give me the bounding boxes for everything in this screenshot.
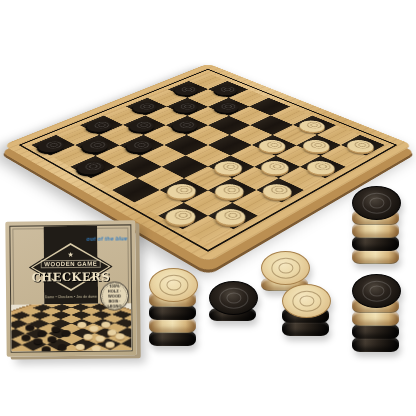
mini-checker-light xyxy=(89,326,98,332)
badge-line-2: HOLZ · WOOD xyxy=(101,288,128,298)
chip-side-black xyxy=(352,337,399,352)
chip-side-light xyxy=(352,311,399,326)
chip-top-face-black xyxy=(209,281,258,315)
stack-lower-right xyxy=(352,274,399,352)
mini-checker-light xyxy=(101,322,110,328)
chip-side-black xyxy=(149,331,196,346)
chip-side-black xyxy=(352,324,399,339)
chip-side-black xyxy=(282,321,329,336)
mini-checker-black xyxy=(25,324,34,330)
chip-top-face-black xyxy=(352,274,401,308)
chip-top-face-black xyxy=(352,186,401,220)
box-subtitle: Dame • Checkers • Jeu de dames • Dama xyxy=(45,295,97,300)
mini-checker-black xyxy=(37,330,46,336)
box-photo-panel xyxy=(11,303,131,351)
mini-checker-light xyxy=(115,333,124,339)
badge-line-3: BOIS · LEGNO xyxy=(101,298,128,308)
single-black-piece xyxy=(209,281,256,321)
chip-top-face-light xyxy=(261,251,310,285)
diamond-content: ★ WOODEN GAME CHECKERS xyxy=(29,241,114,294)
mini-checker-black xyxy=(58,344,67,350)
box-diamond-badge: ★ WOODEN GAME CHECKERS xyxy=(29,241,114,294)
stack-middle xyxy=(282,284,329,336)
mini-checker-black xyxy=(21,334,30,340)
mini-checker-black xyxy=(42,346,51,351)
badge-line-1: 100% xyxy=(109,283,119,288)
mini-checker-black xyxy=(47,336,56,342)
mini-checker-black xyxy=(34,338,43,344)
wood-badge: 100% HOLZ · WOOD BOIS · LEGNO xyxy=(100,281,129,310)
chip-side-black xyxy=(149,305,196,320)
mini-checker-light xyxy=(77,322,86,328)
chip-side-light xyxy=(149,318,196,333)
box-title-main: CHECKERS xyxy=(32,269,111,284)
checkers-product-photo: ●●●●●●●●●●●●●●●●●●●●●●●● ★ WOODEN GAME C… xyxy=(0,0,416,416)
chip-top-face-light xyxy=(282,284,331,318)
brand-logo: out of the blue xyxy=(87,235,128,241)
chip-side-light xyxy=(352,223,399,238)
mini-checker-light xyxy=(83,334,92,340)
mini-checker-light xyxy=(95,336,104,342)
box-title-top: WOODEN GAME xyxy=(40,259,101,268)
stack-upper-right xyxy=(352,186,399,264)
chip-side-black xyxy=(352,236,399,251)
mini-checker-light xyxy=(106,342,115,348)
chip-side-light xyxy=(352,249,399,264)
star-icon: ★ xyxy=(67,250,73,257)
mini-checker-black xyxy=(51,326,60,332)
game-box: ★ WOODEN GAME CHECKERS Dame • Checkers •… xyxy=(5,220,136,356)
chip-top-face-light xyxy=(149,268,198,302)
mini-checker-light xyxy=(76,344,85,350)
stack-far-left xyxy=(149,268,196,346)
mini-checker-black xyxy=(61,330,70,336)
